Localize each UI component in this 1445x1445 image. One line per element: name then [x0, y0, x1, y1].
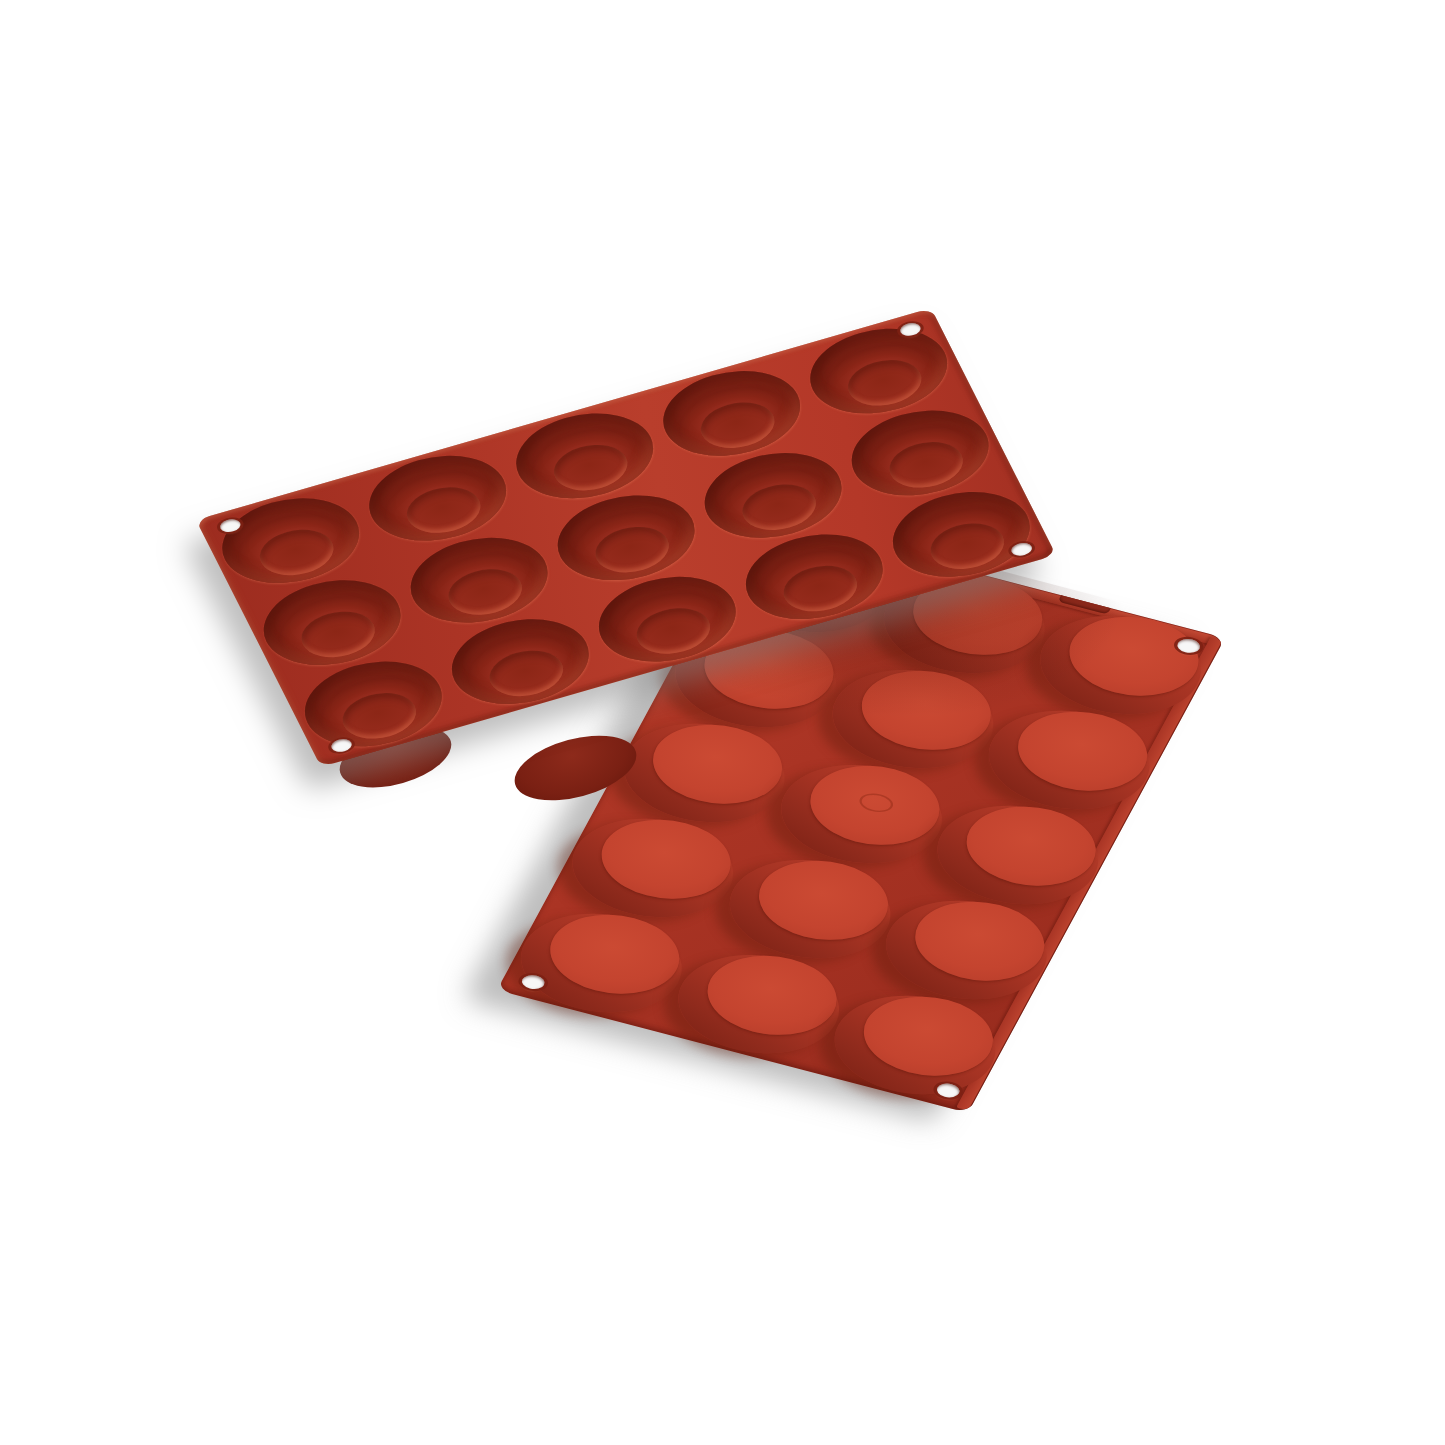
cup-top-face — [742, 848, 904, 952]
cup-top-face — [950, 794, 1112, 898]
cup-top-face — [691, 943, 853, 1047]
cavity-floor — [439, 561, 530, 622]
cavity-floor — [251, 522, 342, 583]
cavity-floor — [545, 437, 636, 498]
top-mold-cavities — [196, 308, 931, 520]
cavity-floor — [839, 352, 930, 413]
cup-top-face — [637, 712, 799, 816]
cavity-floor — [586, 519, 677, 580]
cavity-floor — [922, 516, 1013, 577]
tartlet-cup-bump — [657, 939, 859, 1069]
cup-top-face — [1053, 604, 1215, 708]
cup-top-face — [534, 902, 696, 1006]
cavity-floor — [481, 643, 572, 704]
cup-top-face — [585, 807, 747, 911]
tartlet-cup-bump — [501, 898, 703, 1028]
cavity-floor — [334, 685, 425, 746]
cup-top-face — [899, 889, 1061, 993]
cavity-floor — [733, 476, 824, 537]
cavity-floor — [398, 480, 489, 541]
cavity-floor — [628, 600, 719, 661]
cavity-floor — [880, 434, 971, 495]
cavity-floor — [775, 558, 866, 619]
cup-top-face — [793, 753, 955, 857]
product-photo — [0, 0, 1445, 1445]
cup-top-face — [845, 658, 1007, 762]
cavity-floor — [692, 395, 783, 456]
cup-top-face — [847, 984, 1009, 1088]
cup-top-face — [1002, 699, 1164, 803]
cavity-floor — [292, 604, 383, 665]
tartlet-cup-bump — [814, 980, 1016, 1110]
